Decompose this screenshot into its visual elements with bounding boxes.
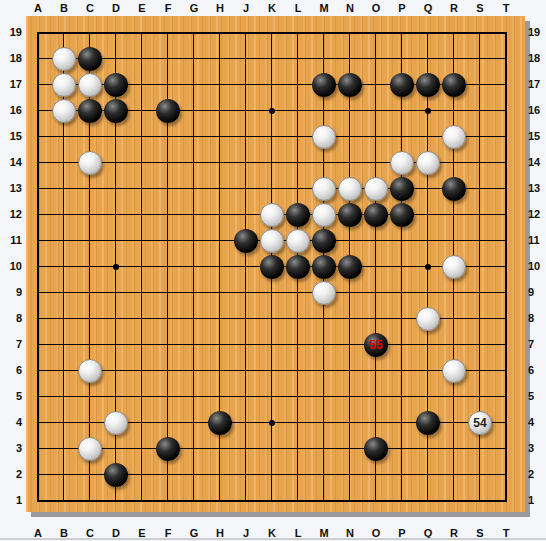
intersection[interactable] [129, 436, 155, 462]
intersection[interactable] [493, 254, 519, 280]
intersection[interactable] [103, 124, 129, 150]
intersection[interactable] [285, 20, 311, 46]
intersection[interactable] [389, 306, 415, 332]
intersection[interactable] [155, 228, 181, 254]
intersection[interactable] [207, 462, 233, 488]
intersection[interactable] [207, 72, 233, 98]
intersection[interactable] [363, 358, 389, 384]
intersection[interactable] [155, 488, 181, 514]
intersection[interactable] [155, 384, 181, 410]
intersection[interactable] [493, 98, 519, 124]
intersection[interactable] [467, 98, 493, 124]
intersection[interactable] [493, 488, 519, 514]
intersection[interactable] [129, 20, 155, 46]
intersection[interactable] [129, 98, 155, 124]
intersection[interactable] [233, 410, 259, 436]
intersection[interactable] [493, 436, 519, 462]
intersection[interactable] [181, 488, 207, 514]
intersection[interactable] [259, 358, 285, 384]
intersection[interactable] [467, 46, 493, 72]
intersection[interactable] [415, 462, 441, 488]
intersection[interactable] [337, 280, 363, 306]
intersection[interactable] [103, 488, 129, 514]
intersection[interactable] [259, 72, 285, 98]
intersection[interactable] [285, 384, 311, 410]
intersection[interactable] [441, 332, 467, 358]
intersection[interactable] [493, 280, 519, 306]
intersection[interactable] [129, 254, 155, 280]
intersection[interactable] [311, 358, 337, 384]
intersection[interactable] [155, 254, 181, 280]
intersection[interactable] [337, 98, 363, 124]
intersection[interactable] [181, 72, 207, 98]
intersection[interactable] [155, 150, 181, 176]
intersection[interactable] [25, 358, 51, 384]
intersection[interactable] [467, 150, 493, 176]
intersection[interactable] [129, 358, 155, 384]
intersection[interactable] [181, 280, 207, 306]
intersection[interactable] [51, 150, 77, 176]
intersection[interactable] [155, 72, 181, 98]
intersection[interactable] [441, 280, 467, 306]
intersection[interactable] [207, 332, 233, 358]
intersection[interactable] [181, 462, 207, 488]
intersection[interactable] [25, 98, 51, 124]
intersection[interactable] [311, 98, 337, 124]
intersection[interactable] [285, 306, 311, 332]
intersection[interactable] [467, 202, 493, 228]
intersection[interactable] [51, 332, 77, 358]
intersection[interactable] [155, 332, 181, 358]
intersection[interactable] [363, 462, 389, 488]
intersection[interactable] [389, 228, 415, 254]
intersection[interactable] [129, 462, 155, 488]
intersection[interactable] [415, 20, 441, 46]
intersection[interactable] [311, 46, 337, 72]
intersection[interactable] [363, 228, 389, 254]
intersection[interactable] [311, 20, 337, 46]
intersection[interactable] [363, 72, 389, 98]
intersection[interactable] [285, 176, 311, 202]
intersection[interactable] [51, 358, 77, 384]
intersection[interactable] [51, 202, 77, 228]
intersection[interactable] [233, 202, 259, 228]
intersection[interactable] [103, 46, 129, 72]
intersection[interactable] [51, 436, 77, 462]
intersection[interactable] [311, 436, 337, 462]
intersection[interactable] [77, 20, 103, 46]
intersection[interactable] [441, 20, 467, 46]
intersection[interactable] [25, 462, 51, 488]
intersection[interactable] [259, 306, 285, 332]
intersection[interactable] [441, 488, 467, 514]
intersection[interactable] [103, 436, 129, 462]
intersection[interactable] [77, 176, 103, 202]
intersection[interactable] [129, 124, 155, 150]
intersection[interactable] [129, 384, 155, 410]
intersection[interactable] [467, 280, 493, 306]
intersection[interactable] [25, 176, 51, 202]
intersection[interactable] [311, 488, 337, 514]
intersection[interactable] [285, 436, 311, 462]
intersection[interactable] [233, 72, 259, 98]
intersection[interactable] [129, 306, 155, 332]
intersection[interactable] [51, 384, 77, 410]
intersection[interactable] [389, 436, 415, 462]
intersection[interactable] [415, 384, 441, 410]
intersection[interactable] [77, 124, 103, 150]
intersection[interactable] [389, 488, 415, 514]
intersection[interactable] [389, 384, 415, 410]
intersection[interactable] [103, 306, 129, 332]
intersection[interactable] [77, 410, 103, 436]
intersection[interactable] [233, 150, 259, 176]
intersection[interactable] [415, 228, 441, 254]
intersection[interactable] [493, 358, 519, 384]
intersection[interactable] [363, 306, 389, 332]
intersection[interactable] [493, 202, 519, 228]
intersection[interactable] [233, 20, 259, 46]
intersection[interactable] [259, 20, 285, 46]
intersection[interactable] [337, 46, 363, 72]
intersection[interactable] [337, 20, 363, 46]
intersection[interactable] [467, 488, 493, 514]
intersection[interactable] [207, 488, 233, 514]
intersection[interactable] [233, 462, 259, 488]
intersection[interactable] [25, 202, 51, 228]
intersection[interactable] [207, 306, 233, 332]
intersection[interactable] [233, 124, 259, 150]
intersection[interactable] [493, 462, 519, 488]
intersection[interactable] [181, 150, 207, 176]
intersection[interactable] [129, 72, 155, 98]
intersection[interactable] [415, 358, 441, 384]
intersection[interactable] [441, 410, 467, 436]
intersection[interactable] [493, 72, 519, 98]
intersection[interactable] [441, 98, 467, 124]
intersection[interactable] [25, 254, 51, 280]
intersection[interactable] [51, 462, 77, 488]
intersection[interactable] [389, 98, 415, 124]
intersection[interactable] [25, 384, 51, 410]
intersection[interactable] [25, 488, 51, 514]
intersection[interactable] [389, 124, 415, 150]
intersection[interactable] [259, 176, 285, 202]
intersection[interactable] [363, 150, 389, 176]
intersection[interactable] [25, 150, 51, 176]
intersection[interactable] [77, 280, 103, 306]
intersection[interactable] [103, 228, 129, 254]
intersection[interactable] [51, 124, 77, 150]
intersection[interactable] [415, 124, 441, 150]
intersection[interactable] [493, 306, 519, 332]
intersection[interactable] [51, 176, 77, 202]
intersection[interactable] [25, 124, 51, 150]
intersection[interactable] [363, 46, 389, 72]
intersection[interactable] [337, 228, 363, 254]
intersection[interactable] [77, 306, 103, 332]
intersection[interactable] [467, 358, 493, 384]
intersection[interactable] [155, 306, 181, 332]
intersection[interactable] [77, 254, 103, 280]
intersection[interactable] [337, 410, 363, 436]
intersection[interactable] [155, 176, 181, 202]
intersection[interactable] [155, 20, 181, 46]
intersection[interactable] [363, 488, 389, 514]
intersection[interactable] [25, 228, 51, 254]
intersection[interactable] [207, 254, 233, 280]
intersection[interactable] [129, 202, 155, 228]
intersection[interactable] [51, 254, 77, 280]
intersection[interactable] [181, 306, 207, 332]
intersection[interactable] [77, 228, 103, 254]
intersection[interactable] [415, 254, 441, 280]
intersection[interactable] [441, 384, 467, 410]
intersection[interactable] [441, 306, 467, 332]
intersection[interactable] [415, 332, 441, 358]
intersection[interactable] [207, 228, 233, 254]
intersection[interactable] [493, 176, 519, 202]
intersection[interactable] [415, 436, 441, 462]
intersection[interactable] [337, 332, 363, 358]
intersection[interactable] [25, 280, 51, 306]
intersection[interactable] [207, 176, 233, 202]
intersection[interactable] [103, 20, 129, 46]
intersection[interactable] [233, 46, 259, 72]
intersection[interactable] [467, 124, 493, 150]
intersection[interactable] [181, 176, 207, 202]
intersection[interactable] [259, 384, 285, 410]
intersection[interactable] [363, 280, 389, 306]
intersection[interactable] [51, 410, 77, 436]
intersection[interactable] [285, 462, 311, 488]
intersection[interactable] [493, 228, 519, 254]
intersection[interactable] [51, 228, 77, 254]
intersection[interactable] [285, 124, 311, 150]
intersection[interactable] [337, 150, 363, 176]
intersection[interactable] [493, 150, 519, 176]
intersection[interactable] [233, 332, 259, 358]
intersection[interactable] [493, 410, 519, 436]
intersection[interactable] [181, 332, 207, 358]
intersection[interactable] [285, 280, 311, 306]
intersection[interactable] [129, 332, 155, 358]
intersection[interactable] [259, 436, 285, 462]
intersection[interactable] [181, 436, 207, 462]
intersection[interactable] [207, 358, 233, 384]
intersection[interactable] [493, 332, 519, 358]
intersection[interactable] [467, 462, 493, 488]
intersection[interactable] [103, 358, 129, 384]
intersection[interactable] [77, 332, 103, 358]
intersection[interactable] [259, 488, 285, 514]
intersection[interactable] [155, 410, 181, 436]
intersection[interactable] [259, 98, 285, 124]
intersection[interactable] [389, 20, 415, 46]
intersection[interactable] [259, 410, 285, 436]
intersection[interactable] [363, 124, 389, 150]
intersection[interactable] [207, 436, 233, 462]
intersection[interactable] [389, 46, 415, 72]
intersection[interactable] [285, 46, 311, 72]
intersection[interactable] [311, 462, 337, 488]
intersection[interactable] [103, 202, 129, 228]
intersection[interactable] [441, 150, 467, 176]
intersection[interactable] [233, 254, 259, 280]
intersection[interactable] [233, 488, 259, 514]
intersection[interactable] [389, 332, 415, 358]
intersection[interactable] [103, 332, 129, 358]
intersection[interactable] [181, 410, 207, 436]
intersection[interactable] [233, 358, 259, 384]
intersection[interactable] [181, 358, 207, 384]
intersection[interactable] [181, 384, 207, 410]
intersection[interactable] [415, 98, 441, 124]
intersection[interactable] [181, 202, 207, 228]
intersection[interactable] [129, 280, 155, 306]
intersection[interactable] [207, 98, 233, 124]
intersection[interactable] [25, 20, 51, 46]
intersection[interactable] [337, 358, 363, 384]
intersection[interactable] [389, 280, 415, 306]
intersection[interactable] [285, 358, 311, 384]
intersection[interactable] [259, 150, 285, 176]
intersection[interactable] [181, 46, 207, 72]
intersection[interactable] [207, 124, 233, 150]
intersection[interactable] [181, 254, 207, 280]
intersection[interactable] [389, 254, 415, 280]
intersection[interactable] [285, 488, 311, 514]
intersection[interactable] [207, 46, 233, 72]
intersection[interactable] [51, 280, 77, 306]
intersection[interactable] [311, 410, 337, 436]
intersection[interactable] [311, 332, 337, 358]
intersection[interactable] [493, 46, 519, 72]
intersection[interactable] [129, 150, 155, 176]
intersection[interactable] [259, 280, 285, 306]
intersection[interactable] [467, 384, 493, 410]
intersection[interactable] [285, 72, 311, 98]
intersection[interactable] [155, 46, 181, 72]
intersection[interactable] [155, 124, 181, 150]
intersection[interactable] [285, 410, 311, 436]
intersection[interactable] [207, 150, 233, 176]
intersection[interactable] [467, 332, 493, 358]
intersection[interactable] [389, 462, 415, 488]
intersection[interactable] [233, 384, 259, 410]
intersection[interactable] [233, 176, 259, 202]
intersection[interactable] [415, 488, 441, 514]
intersection[interactable] [363, 20, 389, 46]
intersection[interactable] [467, 20, 493, 46]
intersection[interactable] [129, 46, 155, 72]
intersection[interactable] [25, 72, 51, 98]
intersection[interactable] [181, 228, 207, 254]
intersection[interactable] [363, 384, 389, 410]
intersection[interactable] [441, 228, 467, 254]
intersection[interactable] [129, 488, 155, 514]
intersection[interactable] [389, 410, 415, 436]
intersection[interactable] [415, 202, 441, 228]
intersection[interactable] [311, 306, 337, 332]
intersection[interactable] [207, 384, 233, 410]
intersection[interactable] [181, 20, 207, 46]
intersection[interactable] [233, 306, 259, 332]
intersection[interactable] [337, 306, 363, 332]
intersection[interactable] [467, 72, 493, 98]
intersection[interactable] [103, 176, 129, 202]
intersection[interactable] [467, 176, 493, 202]
intersection[interactable] [415, 46, 441, 72]
intersection[interactable] [129, 228, 155, 254]
intersection[interactable] [285, 150, 311, 176]
intersection[interactable] [259, 332, 285, 358]
intersection[interactable] [493, 124, 519, 150]
intersection[interactable] [389, 358, 415, 384]
intersection[interactable] [467, 254, 493, 280]
intersection[interactable] [25, 410, 51, 436]
intersection[interactable] [77, 202, 103, 228]
intersection[interactable] [363, 98, 389, 124]
intersection[interactable] [233, 280, 259, 306]
intersection[interactable] [207, 280, 233, 306]
intersection[interactable] [155, 462, 181, 488]
intersection[interactable] [155, 280, 181, 306]
intersection[interactable] [51, 20, 77, 46]
intersection[interactable] [103, 150, 129, 176]
intersection[interactable] [77, 462, 103, 488]
intersection[interactable] [155, 202, 181, 228]
intersection[interactable] [285, 332, 311, 358]
intersection[interactable] [25, 46, 51, 72]
intersection[interactable] [363, 254, 389, 280]
intersection[interactable] [233, 436, 259, 462]
intersection[interactable] [103, 384, 129, 410]
intersection[interactable] [363, 410, 389, 436]
intersection[interactable] [337, 436, 363, 462]
intersection[interactable] [77, 488, 103, 514]
intersection[interactable] [467, 436, 493, 462]
intersection[interactable] [25, 306, 51, 332]
intersection[interactable] [103, 254, 129, 280]
intersection[interactable] [129, 176, 155, 202]
intersection[interactable] [337, 488, 363, 514]
intersection[interactable] [259, 462, 285, 488]
intersection[interactable] [441, 436, 467, 462]
intersection[interactable] [51, 306, 77, 332]
intersection[interactable] [441, 462, 467, 488]
intersection[interactable] [493, 20, 519, 46]
intersection[interactable] [441, 202, 467, 228]
intersection[interactable] [25, 332, 51, 358]
intersection[interactable] [129, 410, 155, 436]
intersection[interactable] [259, 46, 285, 72]
intersection[interactable] [337, 384, 363, 410]
intersection[interactable] [181, 124, 207, 150]
intersection[interactable] [493, 384, 519, 410]
intersection[interactable] [181, 98, 207, 124]
intersection[interactable] [467, 306, 493, 332]
intersection[interactable] [441, 46, 467, 72]
intersection[interactable] [415, 176, 441, 202]
intersection[interactable] [103, 280, 129, 306]
intersection[interactable] [259, 124, 285, 150]
intersection[interactable] [285, 98, 311, 124]
intersection[interactable] [415, 280, 441, 306]
intersection[interactable] [51, 488, 77, 514]
intersection[interactable] [337, 124, 363, 150]
intersection[interactable] [77, 384, 103, 410]
